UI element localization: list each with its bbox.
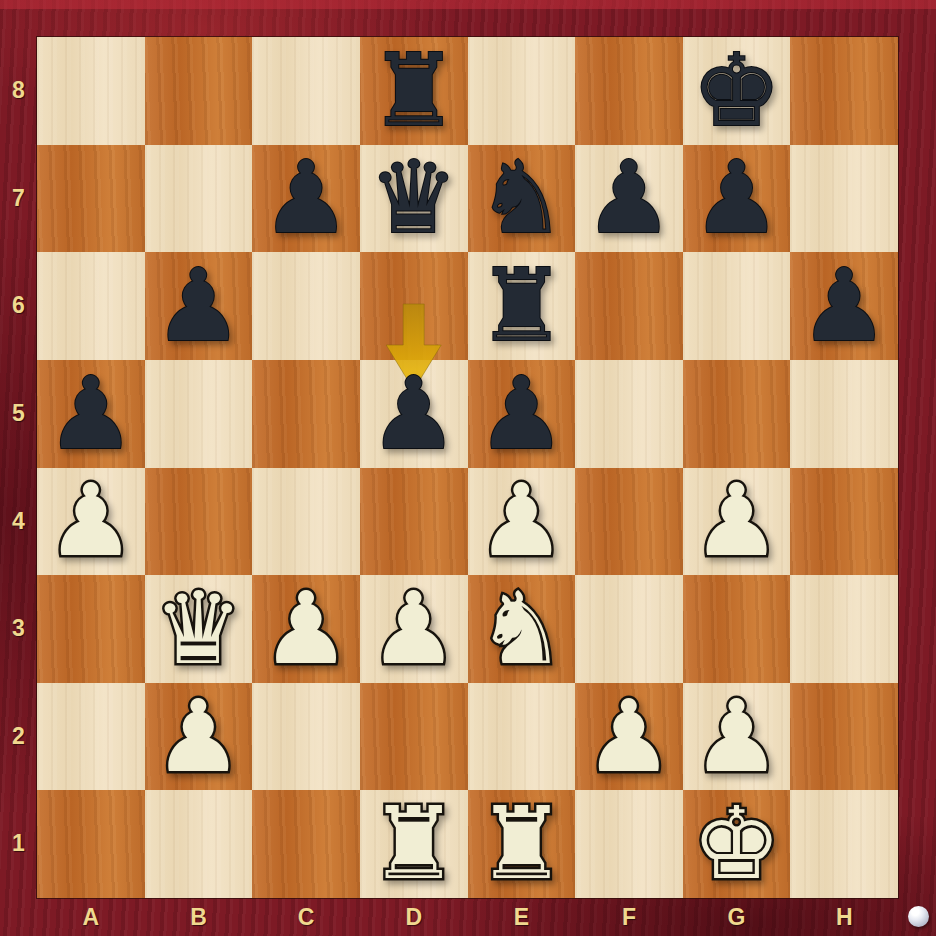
square-e1[interactable]: ♜ xyxy=(468,790,576,898)
file-label-a: A xyxy=(37,898,145,936)
white-pawn[interactable]: ♟ xyxy=(692,471,782,571)
file-label-g: G xyxy=(683,898,791,936)
rank-label-4: 4 xyxy=(0,468,37,576)
square-e4[interactable]: ♟ xyxy=(468,468,576,576)
white-king[interactable]: ♚ xyxy=(692,794,782,894)
white-pawn[interactable]: ♟ xyxy=(476,471,566,571)
square-e7[interactable]: ♞ xyxy=(468,145,576,253)
file-label-h: H xyxy=(790,898,898,936)
square-c3[interactable]: ♟ xyxy=(252,575,360,683)
file-label-f: F xyxy=(575,898,683,936)
square-c4[interactable] xyxy=(252,468,360,576)
file-label-b: B xyxy=(145,898,253,936)
square-f5[interactable] xyxy=(575,360,683,468)
file-label-e: E xyxy=(468,898,576,936)
square-e5[interactable]: ♟ xyxy=(468,360,576,468)
square-h6[interactable]: ♟ xyxy=(790,252,898,360)
square-f2[interactable]: ♟ xyxy=(575,683,683,791)
square-e3[interactable]: ♞ xyxy=(468,575,576,683)
square-a1[interactable] xyxy=(37,790,145,898)
black-queen[interactable]: ♛ xyxy=(369,148,459,248)
square-a2[interactable] xyxy=(37,683,145,791)
square-d4[interactable] xyxy=(360,468,468,576)
white-rook[interactable]: ♜ xyxy=(369,794,459,894)
black-pawn[interactable]: ♟ xyxy=(46,364,136,464)
black-rook[interactable]: ♜ xyxy=(476,256,566,356)
white-pawn[interactable]: ♟ xyxy=(692,687,782,787)
square-h3[interactable] xyxy=(790,575,898,683)
black-pawn[interactable]: ♟ xyxy=(692,148,782,248)
square-h8[interactable] xyxy=(790,37,898,145)
rank-label-7: 7 xyxy=(0,145,37,253)
square-c8[interactable] xyxy=(252,37,360,145)
file-label-d: D xyxy=(360,898,468,936)
square-b6[interactable]: ♟ xyxy=(145,252,253,360)
square-g5[interactable] xyxy=(683,360,791,468)
square-d6[interactable] xyxy=(360,252,468,360)
rank-label-3: 3 xyxy=(0,575,37,683)
white-rook[interactable]: ♜ xyxy=(476,794,566,894)
square-f4[interactable] xyxy=(575,468,683,576)
black-pawn[interactable]: ♟ xyxy=(154,256,244,356)
square-c6[interactable] xyxy=(252,252,360,360)
square-e2[interactable] xyxy=(468,683,576,791)
square-c5[interactable] xyxy=(252,360,360,468)
rank-label-8: 8 xyxy=(0,37,37,145)
square-b5[interactable] xyxy=(145,360,253,468)
white-pawn[interactable]: ♟ xyxy=(46,471,136,571)
chess-board: ♜♚♟♛♞♟♟♟♜♟♟♟♟♟♟♟♛♟♟♞♟♟♟♜♜♚ xyxy=(37,37,898,898)
square-h5[interactable] xyxy=(790,360,898,468)
square-f8[interactable] xyxy=(575,37,683,145)
black-pawn[interactable]: ♟ xyxy=(584,148,674,248)
rank-label-6: 6 xyxy=(0,252,37,360)
square-g2[interactable]: ♟ xyxy=(683,683,791,791)
square-b7[interactable] xyxy=(145,145,253,253)
file-label-c: C xyxy=(252,898,360,936)
square-a4[interactable]: ♟ xyxy=(37,468,145,576)
square-g1[interactable]: ♚ xyxy=(683,790,791,898)
square-g4[interactable]: ♟ xyxy=(683,468,791,576)
square-h2[interactable] xyxy=(790,683,898,791)
square-c2[interactable] xyxy=(252,683,360,791)
square-a8[interactable] xyxy=(37,37,145,145)
square-f7[interactable]: ♟ xyxy=(575,145,683,253)
white-to-move-indicator xyxy=(908,906,929,927)
square-d8[interactable]: ♜ xyxy=(360,37,468,145)
square-h7[interactable] xyxy=(790,145,898,253)
black-knight[interactable]: ♞ xyxy=(476,148,566,248)
square-b8[interactable] xyxy=(145,37,253,145)
black-pawn[interactable]: ♟ xyxy=(799,256,889,356)
square-f1[interactable] xyxy=(575,790,683,898)
rank-label-1: 1 xyxy=(0,790,37,898)
black-pawn[interactable]: ♟ xyxy=(261,148,351,248)
white-pawn[interactable]: ♟ xyxy=(154,687,244,787)
square-a7[interactable] xyxy=(37,145,145,253)
square-g3[interactable] xyxy=(683,575,791,683)
square-h1[interactable] xyxy=(790,790,898,898)
square-b2[interactable]: ♟ xyxy=(145,683,253,791)
square-g8[interactable]: ♚ xyxy=(683,37,791,145)
square-f6[interactable] xyxy=(575,252,683,360)
square-d1[interactable]: ♜ xyxy=(360,790,468,898)
square-b3[interactable]: ♛ xyxy=(145,575,253,683)
white-pawn[interactable]: ♟ xyxy=(369,579,459,679)
white-queen[interactable]: ♛ xyxy=(154,579,244,679)
square-g7[interactable]: ♟ xyxy=(683,145,791,253)
black-pawn[interactable]: ♟ xyxy=(369,364,459,464)
square-d5[interactable]: ♟ xyxy=(360,360,468,468)
square-d2[interactable] xyxy=(360,683,468,791)
black-king[interactable]: ♚ xyxy=(692,41,782,141)
square-b1[interactable] xyxy=(145,790,253,898)
chessboard-frame: ♜♚♟♛♞♟♟♟♜♟♟♟♟♟♟♟♛♟♟♞♟♟♟♜♜♚ 87654321ABCDE… xyxy=(0,0,936,936)
rank-label-5: 5 xyxy=(0,360,37,468)
square-e6[interactable]: ♜ xyxy=(468,252,576,360)
white-pawn[interactable]: ♟ xyxy=(584,687,674,787)
square-b4[interactable] xyxy=(145,468,253,576)
white-pawn[interactable]: ♟ xyxy=(261,579,351,679)
square-e8[interactable] xyxy=(468,37,576,145)
black-rook[interactable]: ♜ xyxy=(369,41,459,141)
square-a3[interactable] xyxy=(37,575,145,683)
square-g6[interactable] xyxy=(683,252,791,360)
black-pawn[interactable]: ♟ xyxy=(476,364,566,464)
square-c7[interactable]: ♟ xyxy=(252,145,360,253)
square-a5[interactable]: ♟ xyxy=(37,360,145,468)
rank-label-2: 2 xyxy=(0,683,37,791)
square-d7[interactable]: ♛ xyxy=(360,145,468,253)
square-a6[interactable] xyxy=(37,252,145,360)
square-h4[interactable] xyxy=(790,468,898,576)
square-d3[interactable]: ♟ xyxy=(360,575,468,683)
white-knight[interactable]: ♞ xyxy=(476,579,566,679)
square-f3[interactable] xyxy=(575,575,683,683)
square-c1[interactable] xyxy=(252,790,360,898)
